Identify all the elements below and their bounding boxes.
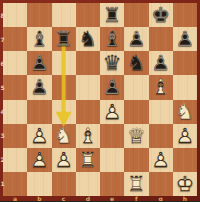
black-knight-outline-icon: ♘	[124, 51, 148, 75]
file-label-c: c	[52, 196, 76, 202]
black-pawn-outline-icon: ♙	[27, 51, 51, 75]
piece-white-rook[interactable]: ♜♖	[124, 172, 148, 196]
file-label-g: g	[149, 196, 173, 202]
white-pawn-outline-icon: ♙	[52, 148, 76, 172]
black-pawn-outline-icon: ♙	[27, 75, 51, 99]
piece-white-queen[interactable]: ♛♕	[124, 124, 148, 148]
file-label-f: f	[124, 196, 148, 202]
white-king-outline-icon: ♔	[173, 172, 197, 196]
piece-black-pawn[interactable]: ♟♙	[100, 75, 124, 99]
piece-white-bishop[interactable]: ♝♗	[76, 124, 100, 148]
black-rook-outline-icon: ♖	[52, 27, 76, 51]
piece-black-pawn[interactable]: ♟♙	[173, 27, 197, 51]
piece-black-pawn[interactable]: ♟♙	[124, 27, 148, 51]
file-label-b: b	[27, 196, 51, 202]
white-pawn-outline-icon: ♙	[27, 124, 51, 148]
file-label-e: e	[100, 196, 124, 202]
piece-white-rook[interactable]: ♜♖	[76, 148, 100, 172]
file-label-a: a	[3, 196, 27, 202]
piece-black-rook[interactable]: ♜♖	[52, 27, 76, 51]
piece-black-pawn[interactable]: ♟♙	[27, 75, 51, 99]
black-pawn-outline-icon: ♙	[100, 75, 124, 99]
white-pawn-outline-icon: ♙	[100, 100, 124, 124]
white-rook-outline-icon: ♖	[76, 148, 100, 172]
black-pawn-outline-icon: ♙	[124, 27, 148, 51]
black-pawn-outline-icon: ♙	[173, 27, 197, 51]
black-bishop-outline-icon: ♗	[27, 27, 51, 51]
white-pawn-outline-icon: ♙	[149, 148, 173, 172]
white-knight-outline-icon: ♘	[52, 124, 76, 148]
white-bishop-outline-icon: ♗	[76, 124, 100, 148]
chess-board-frame: ♜♖♚♔♝♗♜♖♞♘♝♗♟♙♟♙♟♙♛♕♞♘♟♙♟♙♟♙♝♗♟♙♞♘♟♙♞♘♝♗…	[0, 0, 200, 201]
piece-white-pawn[interactable]: ♟♙	[149, 148, 173, 172]
piece-white-king[interactable]: ♚♔	[173, 172, 197, 196]
file-label-d: d	[76, 196, 100, 202]
piece-black-pawn[interactable]: ♟♙	[149, 51, 173, 75]
black-queen-outline-icon: ♕	[100, 51, 124, 75]
black-bishop-outline-icon: ♗	[100, 27, 124, 51]
piece-black-rook[interactable]: ♜♖	[100, 3, 124, 27]
piece-layer: ♜♖♚♔♝♗♜♖♞♘♝♗♟♙♟♙♟♙♛♕♞♘♟♙♟♙♟♙♝♗♟♙♞♘♟♙♞♘♝♗…	[3, 3, 197, 196]
white-knight-outline-icon: ♘	[173, 100, 197, 124]
file-label-h: h	[173, 196, 197, 202]
white-bishop-outline-icon: ♗	[149, 75, 173, 99]
piece-black-king[interactable]: ♚♔	[149, 3, 173, 27]
piece-black-knight[interactable]: ♞♘	[124, 51, 148, 75]
white-pawn-outline-icon: ♙	[173, 124, 197, 148]
piece-white-knight[interactable]: ♞♘	[173, 100, 197, 124]
black-knight-outline-icon: ♘	[76, 27, 100, 51]
piece-white-pawn[interactable]: ♟♙	[52, 148, 76, 172]
piece-white-pawn[interactable]: ♟♙	[27, 148, 51, 172]
piece-white-pawn[interactable]: ♟♙	[173, 124, 197, 148]
piece-white-knight[interactable]: ♞♘	[52, 124, 76, 148]
piece-black-knight[interactable]: ♞♘	[76, 27, 100, 51]
piece-black-queen[interactable]: ♛♕	[100, 51, 124, 75]
piece-white-pawn[interactable]: ♟♙	[100, 100, 124, 124]
white-pawn-outline-icon: ♙	[27, 148, 51, 172]
black-rook-outline-icon: ♖	[100, 3, 124, 27]
piece-white-bishop[interactable]: ♝♗	[149, 75, 173, 99]
black-king-outline-icon: ♔	[149, 3, 173, 27]
piece-black-pawn[interactable]: ♟♙	[27, 51, 51, 75]
piece-black-bishop[interactable]: ♝♗	[100, 27, 124, 51]
white-rook-outline-icon: ♖	[124, 172, 148, 196]
white-queen-outline-icon: ♕	[124, 124, 148, 148]
black-pawn-outline-icon: ♙	[149, 51, 173, 75]
piece-black-bishop[interactable]: ♝♗	[27, 27, 51, 51]
piece-white-pawn[interactable]: ♟♙	[27, 124, 51, 148]
